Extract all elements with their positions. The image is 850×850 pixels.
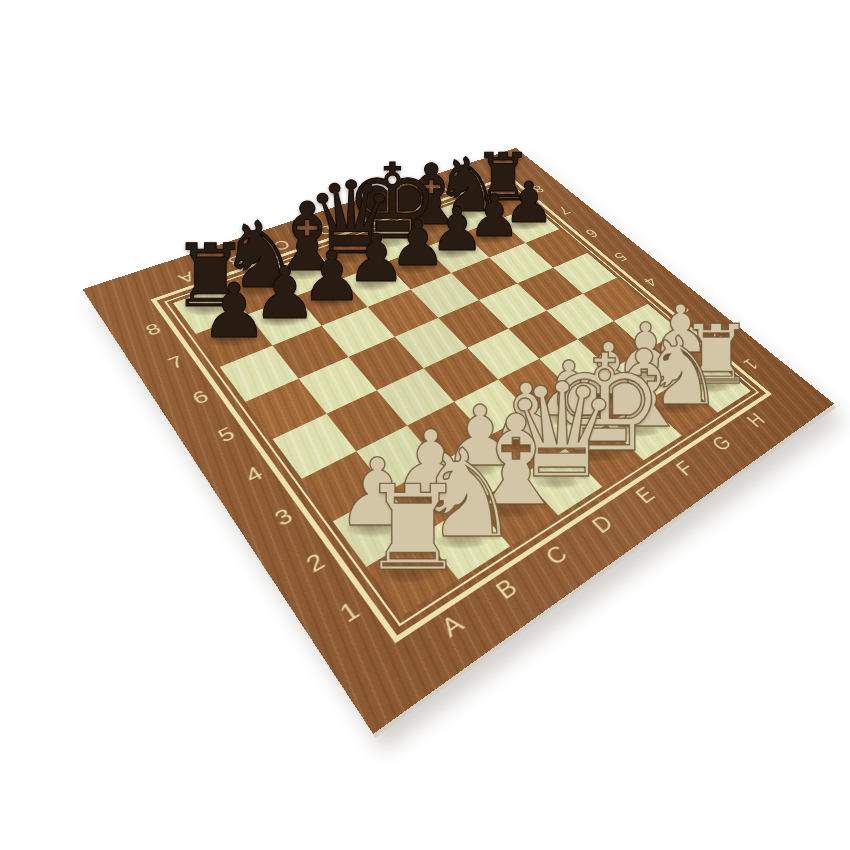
piece-black-pawn[interactable]: ♟ — [200, 273, 268, 349]
photo-background: AABBCCDDEEFFGGHH8877665544332211 ♜♞♝♛♚♝♞… — [0, 0, 850, 850]
piece-white-rook[interactable]: ♜ — [360, 470, 465, 587]
